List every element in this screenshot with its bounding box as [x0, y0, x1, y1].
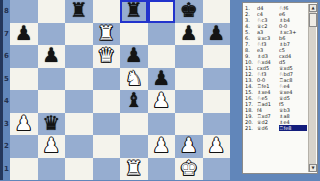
- white-king: ♚: [175, 157, 203, 180]
- square-g2[interactable]: ♟: [175, 135, 203, 158]
- scroll-down-icon[interactable]: ▼: [309, 164, 317, 172]
- square-e4[interactable]: ♝: [120, 90, 148, 113]
- rank-label-5: 5: [3, 76, 10, 83]
- square-d6[interactable]: ♛: [93, 45, 121, 68]
- square-h6[interactable]: [203, 45, 231, 68]
- square-a7[interactable]: ♟: [10, 23, 38, 46]
- black-rook: ♜: [120, 0, 148, 22]
- square-c3[interactable]: [65, 113, 93, 136]
- chess-board[interactable]: ♜♜♚♟♜♟♟♟♛♟♞♟♝♟♟♛♟♟♟♟♜♚: [10, 0, 230, 180]
- square-d1[interactable]: [93, 158, 121, 181]
- square-g1[interactable]: ♚: [175, 158, 203, 181]
- square-f1[interactable]: [148, 158, 176, 181]
- white-pawn: ♟: [175, 134, 203, 157]
- square-d8[interactable]: [93, 0, 121, 23]
- square-f8[interactable]: [148, 0, 176, 23]
- rank-label-4: 4: [3, 98, 10, 105]
- square-e8[interactable]: ♜: [120, 0, 148, 23]
- square-d5[interactable]: [93, 68, 121, 91]
- square-d4[interactable]: [93, 90, 121, 113]
- black-pawn: ♟: [148, 67, 176, 90]
- square-d2[interactable]: [93, 135, 121, 158]
- rank-label-1: 1: [3, 166, 10, 173]
- rank-label-7: 7: [3, 31, 10, 38]
- rank-label-3: 3: [3, 121, 10, 128]
- rank-labels-strip: 87654321: [3, 0, 10, 180]
- square-a6[interactable]: [10, 45, 38, 68]
- square-h4[interactable]: [203, 90, 231, 113]
- move-number: 21.: [245, 125, 257, 131]
- square-a4[interactable]: [10, 90, 38, 113]
- square-e7[interactable]: [120, 23, 148, 46]
- scroll-up-icon[interactable]: ▲: [309, 4, 317, 12]
- square-f7[interactable]: [148, 23, 176, 46]
- square-a8[interactable]: [10, 0, 38, 23]
- square-c8[interactable]: ♜: [65, 0, 93, 23]
- white-pawn: ♟: [38, 134, 66, 157]
- square-b6[interactable]: ♟: [38, 45, 66, 68]
- square-h3[interactable]: [203, 113, 231, 136]
- square-h7[interactable]: ♟: [203, 23, 231, 46]
- black-pawn: ♟: [203, 22, 231, 45]
- white-queen: ♛: [93, 44, 121, 67]
- move-list: 1.d4♘f62.c4e63.♘c3♗b44.♕c20-05.a3♗xc3+6.…: [245, 5, 309, 131]
- black-queen: ♛: [38, 112, 66, 135]
- square-f2[interactable]: ♟: [148, 135, 176, 158]
- square-h1[interactable]: [203, 158, 231, 181]
- black-pawn: ♟: [10, 22, 38, 45]
- square-g3[interactable]: [175, 113, 203, 136]
- square-c1[interactable]: [65, 158, 93, 181]
- white-pawn: ♟: [10, 112, 38, 135]
- square-h2[interactable]: ♟: [203, 135, 231, 158]
- white-pawn: ♟: [148, 89, 176, 112]
- square-b3[interactable]: ♛: [38, 113, 66, 136]
- square-e5[interactable]: ♞: [120, 68, 148, 91]
- white-knight: ♞: [120, 67, 148, 90]
- square-g4[interactable]: [175, 90, 203, 113]
- scroll-thumb[interactable]: [309, 13, 317, 27]
- black-pawn: ♟: [175, 22, 203, 45]
- square-e6[interactable]: ♟: [120, 45, 148, 68]
- square-c5[interactable]: [65, 68, 93, 91]
- white-pawn: ♟: [203, 134, 231, 157]
- square-b1[interactable]: [38, 158, 66, 181]
- square-b8[interactable]: [38, 0, 66, 23]
- scrollbar[interactable]: ▲ ▼: [308, 4, 316, 172]
- square-d7[interactable]: ♜: [93, 23, 121, 46]
- square-g8[interactable]: ♚: [175, 0, 203, 23]
- square-a1[interactable]: [10, 158, 38, 181]
- square-f4[interactable]: ♟: [148, 90, 176, 113]
- square-c2[interactable]: [65, 135, 93, 158]
- square-e3[interactable]: [120, 113, 148, 136]
- black-pawn: ♟: [120, 44, 148, 67]
- square-a3[interactable]: ♟: [10, 113, 38, 136]
- square-e1[interactable]: ♜: [120, 158, 148, 181]
- square-g6[interactable]: [175, 45, 203, 68]
- square-g5[interactable]: [175, 68, 203, 91]
- square-a2[interactable]: [10, 135, 38, 158]
- rank-label-8: 8: [3, 8, 10, 15]
- square-b2[interactable]: ♟: [38, 135, 66, 158]
- white-pawn: ♟: [148, 134, 176, 157]
- square-g7[interactable]: ♟: [175, 23, 203, 46]
- square-e2[interactable]: [120, 135, 148, 158]
- square-b5[interactable]: [38, 68, 66, 91]
- square-b7[interactable]: [38, 23, 66, 46]
- rank-label-2: 2: [3, 143, 10, 150]
- selected-move[interactable]: ♖fe8: [279, 125, 307, 131]
- square-h5[interactable]: [203, 68, 231, 91]
- white-move[interactable]: ♕d6: [257, 125, 279, 131]
- square-c4[interactable]: [65, 90, 93, 113]
- square-a5[interactable]: [10, 68, 38, 91]
- black-bishop: ♝: [120, 89, 148, 112]
- white-rook: ♜: [120, 157, 148, 180]
- black-rook: ♜: [65, 0, 93, 22]
- white-rook: ♜: [93, 22, 121, 45]
- black-pawn: ♟: [38, 44, 66, 67]
- square-f6[interactable]: [148, 45, 176, 68]
- square-f3[interactable]: [148, 113, 176, 136]
- square-d3[interactable]: [93, 113, 121, 136]
- notation-panel[interactable]: 1.d4♘f62.c4e63.♘c3♗b44.♕c20-05.a3♗xc3+6.…: [242, 2, 318, 174]
- square-c6[interactable]: [65, 45, 93, 68]
- square-f5[interactable]: ♟: [148, 68, 176, 91]
- black-king: ♚: [175, 0, 203, 22]
- rank-label-6: 6: [3, 53, 10, 60]
- square-b4[interactable]: [38, 90, 66, 113]
- move-row-21: 21.♕d6♖fe8: [245, 125, 309, 131]
- square-c7[interactable]: [65, 23, 93, 46]
- square-h8[interactable]: [203, 0, 231, 23]
